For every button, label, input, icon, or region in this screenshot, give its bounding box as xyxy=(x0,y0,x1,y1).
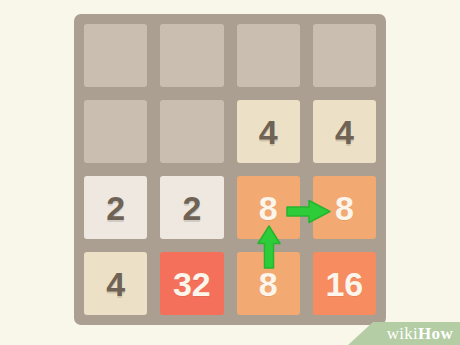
cell-r1-c2-empty xyxy=(160,24,223,87)
board-grid-2048: 442288432816 xyxy=(74,14,386,325)
cell-r2-c4-tile-4: 4 xyxy=(313,100,376,163)
cell-r4-c4-tile-16: 16 xyxy=(313,252,376,315)
wikihow-watermark: wikiHow xyxy=(330,322,460,345)
cell-r3-c2-tile-2: 2 xyxy=(160,176,223,239)
cell-r2-c1-empty xyxy=(84,100,147,163)
cell-r2-c2-empty xyxy=(160,100,223,163)
cell-r1-c4-empty xyxy=(313,24,376,87)
cell-r3-c4-tile-8: 8 xyxy=(313,176,376,239)
cell-r4-c2-tile-32: 32 xyxy=(160,252,223,315)
cell-r3-c3-tile-8: 8 xyxy=(237,176,300,239)
cell-r1-c3-empty xyxy=(237,24,300,87)
wikihow-watermark-wiki: wiki xyxy=(387,324,418,344)
cell-r1-c1-empty xyxy=(84,24,147,87)
cell-r2-c3-tile-4: 4 xyxy=(237,100,300,163)
cell-r4-c1-tile-4: 4 xyxy=(84,252,147,315)
cell-r3-c1-tile-2: 2 xyxy=(84,176,147,239)
screenshot-stage: 442288432816 wikiHow xyxy=(0,0,460,345)
wikihow-watermark-how: How xyxy=(418,324,453,344)
cell-r4-c3-tile-8: 8 xyxy=(237,252,300,315)
